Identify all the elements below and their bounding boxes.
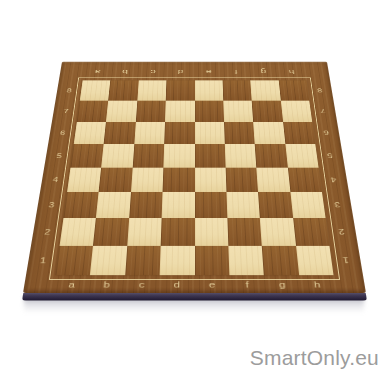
- product-photo: abcdefgh abcdefgh 87654321 87654321 Smar…: [0, 0, 388, 388]
- square-b1: [90, 246, 127, 275]
- square-a6: [74, 122, 107, 144]
- square-h6: [283, 122, 316, 144]
- file-label-a-bottom: a: [53, 278, 90, 290]
- rank-label-8-left: 8: [62, 80, 76, 100]
- square-b8: [108, 80, 138, 100]
- square-g6: [253, 122, 285, 144]
- square-e6: [195, 122, 225, 144]
- square-f3: [226, 192, 260, 218]
- square-g4: [257, 167, 291, 192]
- square-d4: [163, 167, 195, 192]
- square-f8: [222, 80, 251, 100]
- square-b3: [96, 192, 131, 218]
- square-d3: [162, 192, 195, 218]
- file-label-e-bottom: e: [195, 278, 230, 290]
- file-label-f-bottom: f: [229, 278, 265, 290]
- square-a3: [63, 192, 99, 218]
- square-c4: [131, 167, 164, 192]
- square-g1: [262, 246, 299, 275]
- rank-label-7-right: 7: [316, 101, 331, 122]
- rank-label-8-right: 8: [313, 80, 327, 100]
- square-f7: [223, 101, 253, 122]
- square-c7: [136, 101, 166, 122]
- square-h7: [281, 101, 313, 122]
- board-squares: [55, 80, 333, 275]
- square-h1: [296, 246, 334, 275]
- file-label-a-top: a: [83, 67, 112, 76]
- square-a4: [67, 167, 101, 192]
- rank-label-2-right: 2: [333, 218, 350, 246]
- file-label-d-top: d: [167, 67, 195, 76]
- square-e8: [195, 80, 224, 100]
- file-label-b-top: b: [111, 67, 139, 76]
- square-b7: [106, 101, 137, 122]
- file-labels-bottom: abcdefgh: [53, 278, 335, 290]
- file-label-d-bottom: d: [159, 278, 194, 290]
- square-a7: [77, 101, 109, 122]
- square-c6: [134, 122, 165, 144]
- square-g8: [250, 80, 280, 100]
- chess-board: abcdefgh abcdefgh 87654321 87654321: [23, 62, 366, 293]
- square-b4: [99, 167, 133, 192]
- square-f1: [228, 246, 264, 275]
- square-h4: [288, 167, 322, 192]
- square-d5: [163, 144, 194, 167]
- square-a8: [80, 80, 111, 100]
- square-d2: [161, 218, 195, 246]
- square-a2: [60, 218, 97, 246]
- square-e4: [195, 167, 227, 192]
- square-g2: [260, 218, 296, 246]
- square-f2: [227, 218, 262, 246]
- square-e3: [195, 192, 228, 218]
- square-d8: [166, 80, 195, 100]
- square-g5: [255, 144, 288, 167]
- square-e2: [195, 218, 229, 246]
- square-h3: [290, 192, 326, 218]
- file-label-g-bottom: g: [264, 278, 300, 290]
- square-e7: [195, 101, 224, 122]
- rank-label-6-right: 6: [319, 122, 334, 144]
- file-label-c-top: c: [139, 67, 167, 76]
- rank-label-5-left: 5: [51, 144, 67, 167]
- square-f5: [225, 144, 257, 167]
- file-label-c-bottom: c: [124, 278, 160, 290]
- square-c8: [137, 80, 166, 100]
- file-label-b-bottom: b: [89, 278, 125, 290]
- square-h8: [278, 80, 309, 100]
- square-c3: [129, 192, 163, 218]
- square-b5: [101, 144, 134, 167]
- square-d6: [164, 122, 194, 144]
- square-b2: [93, 218, 129, 246]
- square-g3: [258, 192, 293, 218]
- file-label-e-top: e: [195, 67, 223, 76]
- board-perspective-wrapper: abcdefgh abcdefgh 87654321 87654321: [23, 62, 366, 293]
- square-a1: [55, 246, 93, 275]
- square-a5: [70, 144, 103, 167]
- file-labels-top: abcdefgh: [83, 67, 306, 76]
- square-e1: [195, 246, 230, 275]
- rank-label-3-right: 3: [329, 192, 346, 218]
- square-c1: [125, 246, 161, 275]
- square-h2: [293, 218, 330, 246]
- file-label-h-top: h: [277, 67, 306, 76]
- square-d1: [160, 246, 195, 275]
- square-c2: [127, 218, 162, 246]
- square-e5: [195, 144, 226, 167]
- rank-label-4-right: 4: [326, 167, 342, 192]
- file-label-f-top: f: [222, 67, 250, 76]
- rank-label-7-left: 7: [59, 101, 74, 122]
- square-f4: [226, 167, 259, 192]
- watermark: SmartOnly.eu: [250, 346, 379, 370]
- rank-label-6-left: 6: [55, 122, 70, 144]
- rank-label-4-left: 4: [47, 167, 63, 192]
- square-c5: [132, 144, 164, 167]
- square-f6: [224, 122, 255, 144]
- file-label-h-bottom: h: [299, 278, 336, 290]
- rank-label-1-right: 1: [337, 246, 355, 275]
- board-side-edge: [22, 293, 367, 301]
- file-label-g-top: g: [250, 67, 278, 76]
- square-b6: [104, 122, 136, 144]
- square-g7: [252, 101, 283, 122]
- square-d7: [165, 101, 194, 122]
- square-h5: [285, 144, 318, 167]
- rank-label-5-right: 5: [322, 144, 338, 167]
